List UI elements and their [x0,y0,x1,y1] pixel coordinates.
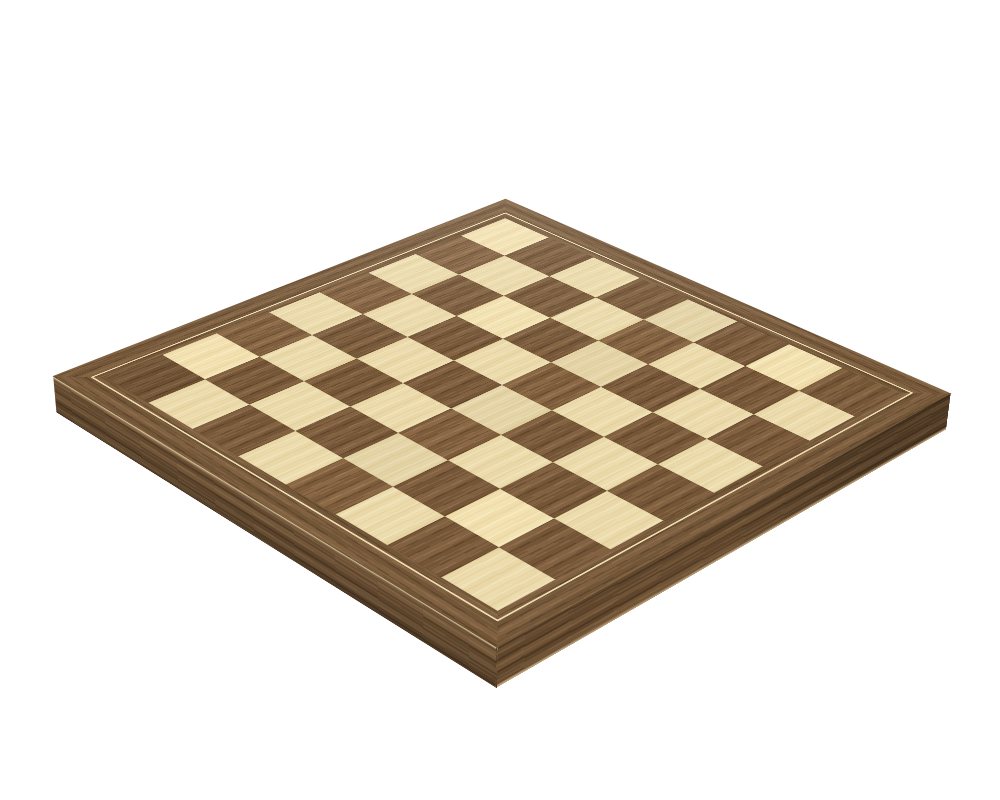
square-c1 [192,405,295,457]
square-f3 [448,435,553,489]
square-h2 [499,518,611,579]
playing-area [106,218,898,611]
square-b1 [148,379,249,429]
square-e1 [286,458,393,514]
square-e2 [343,433,448,487]
board-top-face [52,199,951,648]
square-f4 [501,410,604,462]
square-d3 [350,383,451,433]
square-f5 [552,387,653,437]
square-h6 [707,414,810,466]
square-d2 [295,407,398,459]
square-h5 [658,439,763,493]
square-g3 [500,462,607,518]
square-e3 [398,408,501,460]
square-f1 [336,487,445,545]
square-g4 [553,437,658,491]
white-backdrop [0,0,1000,800]
square-c2 [249,381,350,431]
square-h1 [441,547,555,611]
square-h4 [607,464,714,520]
square-g2 [445,489,554,547]
square-e4 [451,385,552,435]
square-d1 [238,431,343,485]
square-g1 [387,516,499,577]
square-g6 [653,389,754,439]
chess-board [52,199,951,648]
square-f2 [393,460,500,516]
square-h7 [754,391,855,441]
square-g5 [604,412,707,464]
square-h3 [554,491,663,550]
